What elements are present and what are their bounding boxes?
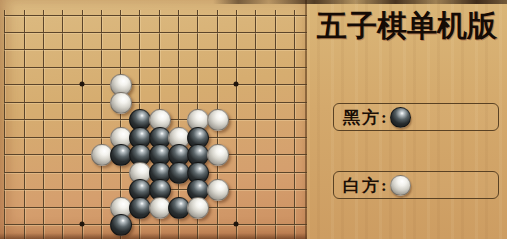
grid-line	[4, 49, 307, 50]
grid-line	[24, 10, 25, 239]
top-border-decoration	[0, 0, 507, 4]
grid-line	[43, 10, 44, 239]
star-point	[233, 82, 238, 87]
grid-line	[4, 84, 307, 85]
grid-line	[101, 10, 102, 239]
white-board-stone[interactable]	[187, 197, 209, 219]
gomoku-board[interactable]	[0, 0, 307, 239]
black-player-label: 黑方:	[343, 106, 389, 129]
side-panel: 五子棋单机版 黑方: 白方:	[307, 0, 507, 239]
grid-line	[4, 15, 307, 16]
grid-line	[275, 10, 276, 239]
star-point	[79, 82, 84, 87]
white-board-stone[interactable]	[110, 92, 132, 114]
board-bottom-shadow	[0, 233, 307, 239]
grid-line	[255, 10, 256, 239]
black-stone-icon	[390, 107, 411, 128]
grid-line	[62, 10, 63, 239]
white-player-box: 白方:	[333, 171, 499, 199]
star-point	[233, 222, 238, 227]
white-board-stone[interactable]	[207, 109, 229, 131]
grid-line	[4, 102, 307, 103]
white-board-stone[interactable]	[207, 179, 229, 201]
white-stone-icon	[390, 175, 411, 196]
grid-line	[4, 10, 5, 239]
grid-line	[82, 10, 83, 239]
white-board-stone[interactable]	[207, 144, 229, 166]
grid-line	[4, 67, 307, 68]
black-player-box: 黑方:	[333, 103, 499, 131]
game-title: 五子棋单机版	[317, 9, 507, 43]
grid-line	[294, 10, 295, 239]
star-point	[79, 222, 84, 227]
grid-line	[4, 32, 307, 33]
grid-line	[236, 10, 237, 239]
white-player-label: 白方:	[343, 174, 389, 197]
grid-line	[4, 224, 307, 225]
